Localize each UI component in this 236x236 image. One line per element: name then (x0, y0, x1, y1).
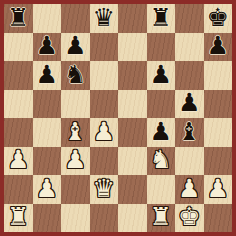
square-h7[interactable]: ♟ (204, 33, 233, 62)
square-d1[interactable] (90, 204, 119, 233)
square-g8[interactable] (175, 4, 204, 33)
square-g2[interactable]: ♟ (175, 175, 204, 204)
piece-black-pawn[interactable]: ♟ (150, 119, 172, 144)
square-a1[interactable]: ♜ (4, 204, 33, 233)
square-b4[interactable] (33, 118, 62, 147)
piece-white-pawn[interactable]: ♟ (93, 119, 115, 144)
square-e6[interactable] (118, 61, 147, 90)
piece-black-pawn[interactable]: ♟ (178, 90, 200, 115)
square-b3[interactable] (33, 147, 62, 176)
square-h8[interactable]: ♚ (204, 4, 233, 33)
square-a3[interactable]: ♟ (4, 147, 33, 176)
piece-white-pawn[interactable]: ♟ (7, 147, 29, 172)
square-c1[interactable] (61, 204, 90, 233)
square-b5[interactable] (33, 90, 62, 119)
square-d3[interactable] (90, 147, 119, 176)
square-g6[interactable] (175, 61, 204, 90)
square-a2[interactable] (4, 175, 33, 204)
square-g5[interactable]: ♟ (175, 90, 204, 119)
square-c3[interactable]: ♟ (61, 147, 90, 176)
square-e8[interactable] (118, 4, 147, 33)
square-d5[interactable] (90, 90, 119, 119)
square-h5[interactable] (204, 90, 233, 119)
square-a8[interactable]: ♜ (4, 4, 33, 33)
piece-white-king[interactable]: ♚ (178, 204, 200, 229)
square-a4[interactable] (4, 118, 33, 147)
square-e7[interactable] (118, 33, 147, 62)
square-c5[interactable] (61, 90, 90, 119)
piece-black-pawn[interactable]: ♟ (36, 33, 58, 58)
square-c4[interactable]: ♝ (61, 118, 90, 147)
square-b6[interactable]: ♟ (33, 61, 62, 90)
square-f2[interactable] (147, 175, 176, 204)
square-h2[interactable]: ♟ (204, 175, 233, 204)
square-g4[interactable]: ♝ (175, 118, 204, 147)
square-e4[interactable] (118, 118, 147, 147)
piece-black-bishop[interactable]: ♝ (178, 119, 200, 144)
piece-black-pawn[interactable]: ♟ (207, 33, 229, 58)
board-frame: ♜♛♜♚♟♟♟♟♞♟♟♝♟♟♝♟♟♞♟♛♟♟♜♜♚ (0, 0, 236, 236)
square-d4[interactable]: ♟ (90, 118, 119, 147)
square-a7[interactable] (4, 33, 33, 62)
square-b2[interactable]: ♟ (33, 175, 62, 204)
square-b7[interactable]: ♟ (33, 33, 62, 62)
square-g3[interactable] (175, 147, 204, 176)
piece-black-pawn[interactable]: ♟ (64, 33, 86, 58)
square-c6[interactable]: ♞ (61, 61, 90, 90)
piece-white-bishop[interactable]: ♝ (64, 119, 86, 144)
square-f4[interactable]: ♟ (147, 118, 176, 147)
square-g1[interactable]: ♚ (175, 204, 204, 233)
square-h1[interactable] (204, 204, 233, 233)
square-f5[interactable] (147, 90, 176, 119)
piece-black-knight[interactable]: ♞ (64, 62, 86, 87)
square-d7[interactable] (90, 33, 119, 62)
chess-board: ♜♛♜♚♟♟♟♟♞♟♟♝♟♟♝♟♟♞♟♛♟♟♜♜♚ (4, 4, 232, 232)
square-d6[interactable] (90, 61, 119, 90)
piece-white-queen[interactable]: ♛ (93, 176, 115, 201)
square-h4[interactable] (204, 118, 233, 147)
square-b8[interactable] (33, 4, 62, 33)
square-h6[interactable] (204, 61, 233, 90)
square-f3[interactable]: ♞ (147, 147, 176, 176)
square-f8[interactable]: ♜ (147, 4, 176, 33)
square-c8[interactable] (61, 4, 90, 33)
square-g7[interactable] (175, 33, 204, 62)
piece-white-pawn[interactable]: ♟ (64, 147, 86, 172)
square-e3[interactable] (118, 147, 147, 176)
piece-black-pawn[interactable]: ♟ (150, 62, 172, 87)
piece-black-rook[interactable]: ♜ (7, 5, 29, 30)
piece-white-rook[interactable]: ♜ (150, 204, 172, 229)
piece-black-king[interactable]: ♚ (207, 5, 229, 30)
square-c7[interactable]: ♟ (61, 33, 90, 62)
square-d8[interactable]: ♛ (90, 4, 119, 33)
piece-black-pawn[interactable]: ♟ (36, 62, 58, 87)
piece-black-queen[interactable]: ♛ (93, 5, 115, 30)
square-e2[interactable] (118, 175, 147, 204)
piece-black-rook[interactable]: ♜ (150, 5, 172, 30)
square-f6[interactable]: ♟ (147, 61, 176, 90)
piece-white-pawn[interactable]: ♟ (178, 176, 200, 201)
square-a6[interactable] (4, 61, 33, 90)
square-f7[interactable] (147, 33, 176, 62)
piece-white-knight[interactable]: ♞ (150, 147, 172, 172)
square-h3[interactable] (204, 147, 233, 176)
square-d2[interactable]: ♛ (90, 175, 119, 204)
square-e5[interactable] (118, 90, 147, 119)
piece-white-pawn[interactable]: ♟ (207, 176, 229, 201)
square-f1[interactable]: ♜ (147, 204, 176, 233)
piece-white-pawn[interactable]: ♟ (36, 176, 58, 201)
square-c2[interactable] (61, 175, 90, 204)
square-b1[interactable] (33, 204, 62, 233)
square-e1[interactable] (118, 204, 147, 233)
square-a5[interactable] (4, 90, 33, 119)
piece-white-rook[interactable]: ♜ (7, 204, 29, 229)
